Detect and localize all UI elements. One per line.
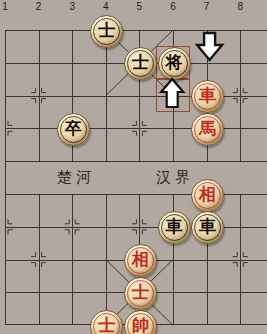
move-arrows-layer bbox=[0, 0, 267, 334]
hint-arrow-down bbox=[197, 33, 222, 60]
move-arrow-up bbox=[161, 79, 183, 107]
xiangqi-app-window: 123456789 楚河 汉界 士士将車卒馬相車車相士士帥 bbox=[0, 0, 267, 334]
